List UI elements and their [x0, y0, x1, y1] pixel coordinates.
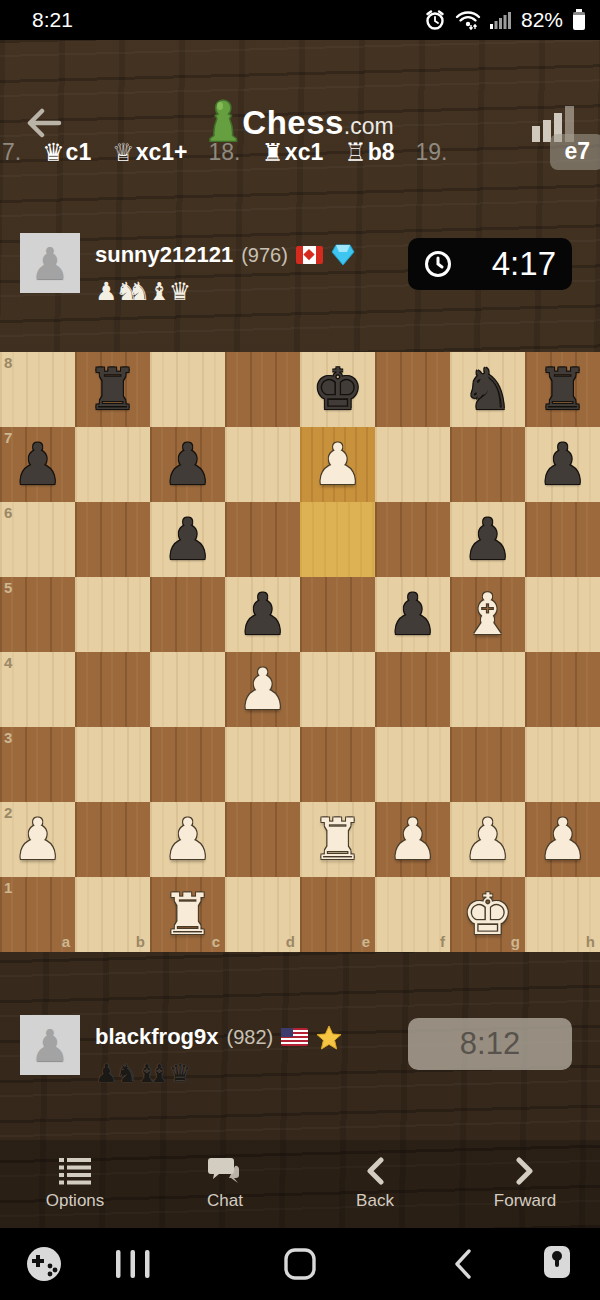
white-rook[interactable]: ♜	[150, 877, 225, 952]
square-f4[interactable]	[375, 652, 450, 727]
black-pawn[interactable]: ♟	[150, 502, 225, 577]
square-b7[interactable]	[75, 427, 150, 502]
square-e8[interactable]: ♚	[300, 352, 375, 427]
square-a3[interactable]: 3	[0, 727, 75, 802]
game-launcher-icon[interactable]	[24, 1244, 64, 1284]
move-18-white[interactable]: ♜xc1	[261, 138, 323, 167]
rank-label-4: 4	[4, 654, 12, 671]
battery-icon	[572, 9, 586, 31]
black-knight[interactable]: ♞	[450, 352, 525, 427]
usa-flag-icon	[281, 1028, 308, 1046]
square-e6[interactable]	[300, 502, 375, 577]
rank-label-8: 8	[4, 354, 12, 371]
clock-icon	[423, 249, 453, 279]
move-number-18: 18.	[208, 139, 240, 166]
captured-queen: ♛	[169, 279, 191, 304]
square-h4[interactable]	[525, 652, 600, 727]
move-18-black[interactable]: ♖b8	[344, 138, 394, 167]
options-label: Options	[46, 1191, 105, 1211]
chat-button[interactable]: Chat	[150, 1140, 300, 1228]
square-g3[interactable]	[450, 727, 525, 802]
square-a7[interactable]: 7♟	[0, 427, 75, 502]
file-label-b: b	[136, 933, 145, 950]
bottom-player-clock: 8:12	[408, 1018, 572, 1070]
avatar-bottom-player[interactable]: ♟	[20, 1015, 80, 1075]
square-h6[interactable]	[525, 502, 600, 577]
back-label: Back	[356, 1191, 394, 1211]
move-back-button[interactable]: Back	[300, 1140, 450, 1228]
white-pawn[interactable]: ♟	[375, 802, 450, 877]
black-pawn[interactable]: ♟	[225, 577, 300, 652]
square-e4[interactable]	[300, 652, 375, 727]
square-c4[interactable]	[150, 652, 225, 727]
square-d5[interactable]: ♟	[225, 577, 300, 652]
chevron-right-icon	[515, 1157, 535, 1185]
square-g6[interactable]: ♟	[450, 502, 525, 577]
white-pawn[interactable]: ♟	[525, 802, 600, 877]
square-h1[interactable]: h	[525, 877, 600, 952]
rank-label-6: 6	[4, 504, 12, 521]
move-17-black[interactable]: ♕xc1+	[112, 138, 187, 167]
white-pawn[interactable]: ♟	[0, 802, 75, 877]
captured-queen: ♛	[169, 1061, 191, 1086]
options-list-icon	[59, 1157, 91, 1185]
square-d4[interactable]: ♟	[225, 652, 300, 727]
square-a8[interactable]: 8	[0, 352, 75, 427]
forward-label: Forward	[494, 1191, 556, 1211]
square-b2[interactable]	[75, 802, 150, 877]
move-forward-button[interactable]: Forward	[450, 1140, 600, 1228]
status-icons: 82%	[424, 8, 586, 32]
square-d2[interactable]	[225, 802, 300, 877]
wifi-icon	[455, 9, 481, 31]
square-f8[interactable]	[375, 352, 450, 427]
avatar-pawn-icon: ♟	[30, 1020, 69, 1071]
file-label-a: a	[62, 933, 70, 950]
captured-bishop: ♝	[148, 1061, 170, 1086]
square-a2[interactable]: 2♟	[0, 802, 75, 877]
captured-pawn: ♟	[95, 279, 117, 304]
square-f7[interactable]	[375, 427, 450, 502]
star-icon	[316, 1025, 342, 1050]
black-pawn[interactable]: ♟	[0, 427, 75, 502]
square-h8[interactable]: ♜	[525, 352, 600, 427]
square-e2[interactable]: ♜	[300, 802, 375, 877]
square-c6[interactable]: ♟	[150, 502, 225, 577]
top-player-info[interactable]: sunny212121 (976)	[95, 240, 355, 270]
canada-flag-icon	[296, 246, 323, 264]
diamond-icon	[331, 244, 355, 266]
square-b1[interactable]: b	[75, 877, 150, 952]
square-f6[interactable]	[375, 502, 450, 577]
chat-label: Chat	[207, 1191, 243, 1211]
figurine-icon: ♕	[112, 138, 134, 167]
square-f5[interactable]: ♟	[375, 577, 450, 652]
square-c7[interactable]: ♟	[150, 427, 225, 502]
square-d7[interactable]	[225, 427, 300, 502]
square-g8[interactable]: ♞	[450, 352, 525, 427]
square-b6[interactable]	[75, 502, 150, 577]
white-pawn[interactable]: ♟	[450, 802, 525, 877]
square-c5[interactable]	[150, 577, 225, 652]
bottom-player-time: 8:12	[460, 1026, 520, 1062]
bottom-player-name: blackfrog9x	[95, 1024, 219, 1050]
white-pawn[interactable]: ♟	[300, 427, 375, 502]
captured-knight: ♞	[115, 1061, 137, 1086]
white-rook[interactable]: ♜	[300, 802, 375, 877]
move-number-19: 19.	[415, 139, 447, 166]
alarm-icon	[424, 9, 446, 31]
square-g4[interactable]	[450, 652, 525, 727]
captured-pieces-top: ♟♞♞♝♛	[95, 274, 189, 304]
move-19-white-current[interactable]: e7	[550, 134, 600, 170]
black-pawn[interactable]: ♟	[375, 577, 450, 652]
square-e7[interactable]: ♟	[300, 427, 375, 502]
square-a1[interactable]: 1a	[0, 877, 75, 952]
square-h2[interactable]: ♟	[525, 802, 600, 877]
figurine-icon: ♜	[261, 138, 283, 167]
captured-pawn: ♟	[95, 1061, 117, 1086]
file-label-d: d	[286, 933, 295, 950]
move-17-white[interactable]: ♛c1	[42, 138, 91, 167]
rank-label-1: 1	[4, 879, 12, 896]
figurine-icon: ♛	[42, 138, 64, 167]
square-e3[interactable]	[300, 727, 375, 802]
square-d8[interactable]	[225, 352, 300, 427]
chat-bubbles-icon	[208, 1157, 242, 1185]
chess-board[interactable]: 8♜♚♞♜7♟♟♟♟6♟♟5♟♟♝4♟32♟♟♜♟♟♟1abc♜defg♚h	[0, 352, 600, 952]
black-king[interactable]: ♚	[300, 352, 375, 427]
battery-percent: 82%	[521, 8, 563, 32]
square-c3[interactable]	[150, 727, 225, 802]
square-d6[interactable]	[225, 502, 300, 577]
rank-label-5: 5	[4, 579, 12, 596]
square-d3[interactable]	[225, 727, 300, 802]
square-b3[interactable]	[75, 727, 150, 802]
square-b5[interactable]	[75, 577, 150, 652]
status-time: 8:21	[32, 8, 73, 32]
black-pawn[interactable]: ♟	[150, 427, 225, 502]
captured-pieces-bottom: ♟♞♝♝♛	[95, 1056, 189, 1086]
square-g2[interactable]: ♟	[450, 802, 525, 877]
top-player-rating: (976)	[241, 244, 288, 267]
game-toolbar: Options Chat Back Forward	[0, 1140, 600, 1228]
captured-knight: ♞	[128, 279, 150, 304]
square-f3[interactable]	[375, 727, 450, 802]
square-e1[interactable]: e	[300, 877, 375, 952]
rank-label-3: 3	[4, 729, 12, 746]
bottom-player-info[interactable]: blackfrog9x (982)	[95, 1022, 342, 1052]
top-player-name: sunny212121	[95, 242, 233, 268]
move-number-17: 7.	[2, 139, 21, 166]
white-pawn[interactable]: ♟	[150, 802, 225, 877]
square-a5[interactable]: 5	[0, 577, 75, 652]
android-navbar: ☝	[0, 1228, 600, 1300]
square-h7[interactable]: ♟	[525, 427, 600, 502]
file-label-h: h	[586, 933, 595, 950]
black-rook[interactable]: ♜	[75, 352, 150, 427]
square-e5[interactable]	[300, 577, 375, 652]
square-c2[interactable]: ♟	[150, 802, 225, 877]
options-button[interactable]: Options	[0, 1140, 150, 1228]
file-label-f: f	[440, 933, 445, 950]
black-pawn[interactable]: ♟	[450, 502, 525, 577]
move-list: 7.♛c1♕xc1+18.♜xc1♖b819.e7	[0, 126, 600, 178]
top-player-time: 4:17	[492, 245, 556, 283]
white-bishop[interactable]: ♝	[450, 577, 525, 652]
square-c8[interactable]	[150, 352, 225, 427]
black-rook[interactable]: ♜	[525, 352, 600, 427]
bottom-player-rating: (982)	[227, 1026, 274, 1049]
app-header: Chess .com	[0, 40, 600, 128]
home-icon[interactable]	[283, 1247, 317, 1281]
square-f1[interactable]: f	[375, 877, 450, 952]
white-pawn[interactable]: ♟	[225, 652, 300, 727]
chevron-left-icon	[365, 1157, 385, 1185]
white-king[interactable]: ♚	[450, 877, 525, 952]
square-b8[interactable]: ♜	[75, 352, 150, 427]
square-h5[interactable]	[525, 577, 600, 652]
square-d1[interactable]: d	[225, 877, 300, 952]
square-a4[interactable]: 4	[0, 652, 75, 727]
square-g7[interactable]	[450, 427, 525, 502]
file-label-e: e	[362, 933, 370, 950]
black-pawn[interactable]: ♟	[525, 427, 600, 502]
square-c1[interactable]: c♜	[150, 877, 225, 952]
square-g5[interactable]: ♝	[450, 577, 525, 652]
square-h3[interactable]	[525, 727, 600, 802]
status-bar: 8:21 82%	[0, 0, 600, 40]
nav-back-icon[interactable]	[452, 1248, 474, 1280]
square-b4[interactable]	[75, 652, 150, 727]
figurine-icon: ♖	[344, 138, 366, 167]
square-a6[interactable]: 6	[0, 502, 75, 577]
avatar-pawn-icon: ♟	[30, 238, 69, 289]
touch-lock-icon[interactable]	[538, 1244, 580, 1284]
signal-icon	[490, 10, 512, 30]
square-f2[interactable]: ♟	[375, 802, 450, 877]
captured-bishop: ♝	[148, 279, 170, 304]
avatar-top-player[interactable]: ♟	[20, 233, 80, 293]
top-player-clock: 4:17	[408, 238, 572, 290]
recents-icon[interactable]	[114, 1249, 152, 1279]
square-g1[interactable]: g♚	[450, 877, 525, 952]
